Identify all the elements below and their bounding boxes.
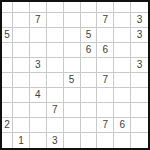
cell-r2-c2[interactable] [13, 13, 30, 28]
cell-r9-c7[interactable]: 7 [97, 118, 114, 133]
cell-r3-c5[interactable] [64, 28, 81, 43]
puzzle-board: 7735536633574727613 [0, 0, 150, 150]
cell-r3-c3[interactable] [30, 28, 47, 43]
cell-r8-c6[interactable] [81, 103, 98, 118]
cell-r7-c4[interactable] [47, 88, 64, 103]
cell-r10-c9[interactable] [131, 133, 148, 148]
cell-r4-c7[interactable]: 6 [97, 43, 114, 58]
cell-r10-c7[interactable] [97, 133, 114, 148]
cell-r5-c4[interactable] [47, 58, 64, 73]
cell-r8-c9[interactable] [131, 103, 148, 118]
clue-digit: 6 [86, 45, 92, 55]
cell-r5-c9[interactable]: 3 [131, 58, 148, 73]
cell-r9-c3[interactable] [30, 118, 47, 133]
clue-digit: 5 [4, 30, 10, 40]
cell-r7-c1[interactable] [2, 88, 13, 103]
cell-r1-c2[interactable] [13, 2, 30, 13]
cell-r10-c8[interactable] [114, 133, 131, 148]
cell-r6-c3[interactable] [30, 73, 47, 88]
cell-r3-c8[interactable] [114, 28, 131, 43]
clue-digit: 5 [86, 30, 92, 40]
cell-r2-c6[interactable] [81, 13, 98, 28]
cell-r7-c2[interactable] [13, 88, 30, 103]
cell-r3-c7[interactable] [97, 28, 114, 43]
cell-r5-c3[interactable]: 3 [30, 58, 47, 73]
cell-r9-c9[interactable] [131, 118, 148, 133]
cell-r2-c5[interactable] [64, 13, 81, 28]
cell-r6-c2[interactable] [13, 73, 30, 88]
cell-r9-c2[interactable] [13, 118, 30, 133]
cell-r10-c4[interactable]: 3 [47, 133, 64, 148]
cell-r6-c5[interactable]: 5 [64, 73, 81, 88]
cell-r1-c8[interactable] [114, 2, 131, 13]
cell-r4-c8[interactable] [114, 43, 131, 58]
cell-r4-c9[interactable] [131, 43, 148, 58]
clue-digit: 6 [103, 45, 109, 55]
cell-r9-c8[interactable]: 6 [114, 118, 131, 133]
cell-r1-c1[interactable] [2, 2, 13, 13]
cell-r6-c1[interactable] [2, 73, 13, 88]
cell-r10-c5[interactable] [64, 133, 81, 148]
cell-r8-c4[interactable]: 7 [47, 103, 64, 118]
clue-digit: 3 [137, 60, 143, 70]
cell-r10-c2[interactable]: 1 [13, 133, 30, 148]
cell-r5-c5[interactable] [64, 58, 81, 73]
clue-digit: 3 [137, 15, 143, 25]
cell-r8-c1[interactable] [2, 103, 13, 118]
clue-digit: 1 [18, 136, 24, 146]
cell-r5-c8[interactable] [114, 58, 131, 73]
cell-r9-c1[interactable]: 2 [2, 118, 13, 133]
cell-r10-c3[interactable] [30, 133, 47, 148]
cell-r6-c6[interactable] [81, 73, 98, 88]
clue-digit: 4 [35, 90, 41, 100]
cell-r8-c8[interactable] [114, 103, 131, 118]
cell-r2-c3[interactable]: 7 [30, 13, 47, 28]
cell-r4-c1[interactable] [2, 43, 13, 58]
cell-r4-c2[interactable] [13, 43, 30, 58]
cell-r7-c3[interactable]: 4 [30, 88, 47, 103]
cell-r4-c6[interactable]: 6 [81, 43, 98, 58]
cell-r8-c7[interactable] [97, 103, 114, 118]
cell-r9-c4[interactable] [47, 118, 64, 133]
cell-r7-c8[interactable] [114, 88, 131, 103]
cell-r3-c4[interactable] [47, 28, 64, 43]
cell-r5-c6[interactable] [81, 58, 98, 73]
cell-r2-c8[interactable] [114, 13, 131, 28]
cell-r1-c5[interactable] [64, 2, 81, 13]
cell-r1-c7[interactable] [97, 2, 114, 13]
cell-r1-c4[interactable] [47, 2, 64, 13]
cell-r2-c1[interactable] [2, 13, 13, 28]
clue-digit: 6 [119, 120, 125, 130]
cell-r5-c1[interactable] [2, 58, 13, 73]
clue-digit: 3 [137, 30, 143, 40]
cell-r2-c4[interactable] [47, 13, 64, 28]
clue-digit: 7 [103, 75, 109, 85]
cell-r10-c6[interactable] [81, 133, 98, 148]
cell-r8-c3[interactable] [30, 103, 47, 118]
clue-digit: 3 [52, 136, 58, 146]
cell-r8-c5[interactable] [64, 103, 81, 118]
cell-r8-c2[interactable] [13, 103, 30, 118]
cell-r7-c7[interactable] [97, 88, 114, 103]
cell-r10-c1[interactable] [2, 133, 13, 148]
cell-r4-c4[interactable] [47, 43, 64, 58]
cell-r7-c6[interactable] [81, 88, 98, 103]
cell-r1-c3[interactable] [30, 2, 47, 13]
clue-digit: 7 [103, 120, 109, 130]
cell-r7-c9[interactable] [131, 88, 148, 103]
clue-digit: 5 [69, 75, 75, 85]
cell-r4-c3[interactable] [30, 43, 47, 58]
clue-digit: 2 [4, 120, 10, 130]
clue-digit: 7 [35, 15, 41, 25]
cell-r3-c9[interactable]: 3 [131, 28, 148, 43]
cell-r5-c7[interactable] [97, 58, 114, 73]
cell-r6-c9[interactable] [131, 73, 148, 88]
cell-r2-c9[interactable]: 3 [131, 13, 148, 28]
cell-r5-c2[interactable] [13, 58, 30, 73]
cell-r3-c2[interactable] [13, 28, 30, 43]
cell-r1-c9[interactable] [131, 2, 148, 13]
cell-r6-c4[interactable] [47, 73, 64, 88]
cell-r9-c6[interactable] [81, 118, 98, 133]
cell-r3-c1[interactable]: 5 [2, 28, 13, 43]
clue-digit: 3 [35, 60, 41, 70]
cell-r1-c6[interactable] [81, 2, 98, 13]
clue-digit: 7 [103, 15, 109, 25]
cell-r3-c6[interactable]: 5 [81, 28, 98, 43]
cell-r7-c5[interactable] [64, 88, 81, 103]
cell-r6-c8[interactable] [114, 73, 131, 88]
clue-digit: 7 [52, 105, 58, 115]
cell-r4-c5[interactable] [64, 43, 81, 58]
cell-r2-c7[interactable]: 7 [97, 13, 114, 28]
cell-r9-c5[interactable] [64, 118, 81, 133]
cell-r6-c7[interactable]: 7 [97, 73, 114, 88]
